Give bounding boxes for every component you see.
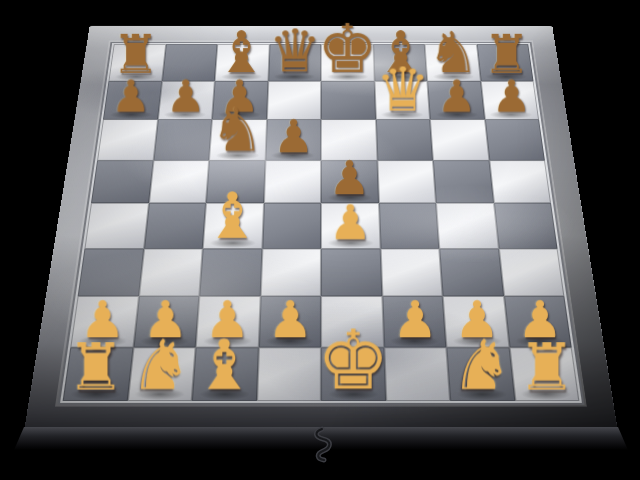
square-a4[interactable] xyxy=(85,203,149,248)
piece-white-rook-h1[interactable]: ♜ xyxy=(509,347,579,401)
black-pawn-glyph: ♟ xyxy=(474,79,547,115)
piece-white-king-e1[interactable]: ♚ xyxy=(321,347,386,401)
square-g4[interactable] xyxy=(436,203,498,248)
board-clasp-latch-icon xyxy=(302,426,342,464)
piece-white-rook-a1[interactable]: ♜ xyxy=(63,347,133,401)
square-h5[interactable] xyxy=(489,160,551,203)
square-a6[interactable] xyxy=(97,119,157,160)
square-h4[interactable] xyxy=(494,203,558,248)
square-h6[interactable] xyxy=(485,119,545,160)
square-a5[interactable] xyxy=(91,160,153,203)
square-g6[interactable] xyxy=(430,119,489,160)
white-rook-glyph: ♜ xyxy=(503,341,590,393)
black-pawn-glyph: ♟ xyxy=(311,159,388,196)
white-pawn-glyph: ♟ xyxy=(311,203,390,242)
white-rook-glyph: ♜ xyxy=(53,341,140,393)
white-bishop-glyph: ♝ xyxy=(193,191,272,242)
piece-white-bishop-c4[interactable]: ♝ xyxy=(203,203,264,248)
piece-black-pawn-d6[interactable]: ♟ xyxy=(265,119,321,160)
square-f6[interactable] xyxy=(376,119,433,160)
square-e3[interactable] xyxy=(321,248,382,296)
chess-app-viewport: { "game": "chess", "view": "3D perspecti… xyxy=(0,0,640,480)
square-g5[interactable] xyxy=(433,160,494,203)
white-bishop-glyph: ♝ xyxy=(181,338,268,393)
piece-black-pawn-h7[interactable]: ♟ xyxy=(480,81,539,120)
piece-white-pawn-e4[interactable]: ♟ xyxy=(321,203,380,248)
board-frame: ♜♝♛♚♝♞♜♟♟♟♛♟♟♞♟♟♝♟♟♟♟♟♟♟♟♜♞♝♚♞♜ xyxy=(24,26,618,431)
black-pawn-glyph: ♟ xyxy=(256,118,331,154)
chessboard-3d-scene: ♜♝♛♚♝♞♜♟♟♟♛♟♟♞♟♟♝♟♟♟♟♟♟♟♟♜♞♝♚♞♜ xyxy=(0,0,640,480)
white-king-glyph: ♚ xyxy=(310,328,397,393)
white-queen-glyph: ♛ xyxy=(366,66,439,114)
piece-white-queen-f7[interactable]: ♛ xyxy=(374,81,430,120)
